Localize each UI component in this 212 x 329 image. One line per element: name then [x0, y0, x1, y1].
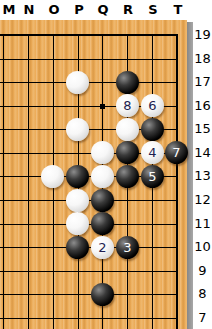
row-label-11: 11 — [193, 216, 212, 232]
column-label-N: N — [24, 1, 35, 18]
row-label-7: 7 — [193, 310, 212, 326]
stone-black-S15 — [141, 118, 164, 141]
stone-black-R10: 3 — [116, 236, 139, 259]
move-number: 4 — [148, 141, 156, 164]
row-label-19: 19 — [193, 27, 212, 43]
stone-black-S13: 5 — [141, 165, 164, 188]
grid-line-horizontal-9 — [0, 271, 178, 272]
row-label-16: 16 — [193, 98, 212, 114]
grid-line-horizontal-12 — [0, 200, 178, 201]
grid-line-horizontal-11 — [0, 224, 178, 225]
grid-line-horizontal-7 — [0, 318, 178, 319]
row-label-15: 15 — [193, 121, 212, 137]
stone-white-Q14 — [91, 141, 114, 164]
grid-line-vertical-T — [176, 34, 178, 329]
grid-line-horizontal-18 — [0, 59, 178, 60]
column-label-O: O — [48, 1, 59, 18]
go-diagram: MNOPQRST 19181716151413121110987 8647523 — [0, 0, 212, 329]
stone-black-Q8 — [91, 283, 114, 306]
stone-black-Q12 — [91, 189, 114, 212]
move-number: 3 — [123, 236, 131, 259]
row-label-17: 17 — [193, 74, 212, 90]
grid-line-horizontal-17 — [0, 82, 178, 83]
grid-line-vertical-M — [3, 34, 4, 329]
stone-white-S14: 4 — [141, 141, 164, 164]
move-number: 7 — [172, 141, 180, 164]
move-number: 5 — [148, 165, 156, 188]
stone-white-P15 — [66, 118, 89, 141]
column-label-P: P — [74, 1, 84, 18]
stone-white-P17 — [66, 71, 89, 94]
stone-white-R16: 8 — [116, 94, 139, 117]
stone-black-P10 — [66, 236, 89, 259]
stone-white-Q10: 2 — [91, 236, 114, 259]
row-label-9: 9 — [193, 263, 212, 279]
stone-white-P11 — [66, 212, 89, 235]
column-label-R: R — [123, 1, 133, 18]
stone-white-R15 — [116, 118, 139, 141]
grid-line-horizontal-8 — [0, 294, 178, 295]
stone-white-Q13 — [91, 165, 114, 188]
stone-black-R17 — [116, 71, 139, 94]
row-label-12: 12 — [193, 192, 212, 208]
stone-black-R14 — [116, 141, 139, 164]
column-label-S: S — [148, 1, 157, 18]
move-number: 8 — [123, 94, 131, 117]
column-label-T: T — [174, 1, 183, 18]
row-label-18: 18 — [193, 51, 212, 67]
row-label-14: 14 — [193, 145, 212, 161]
stone-white-P12 — [66, 189, 89, 212]
star-point-Q16 — [100, 104, 105, 109]
stone-black-T14: 7 — [165, 141, 188, 164]
move-number: 2 — [98, 236, 106, 259]
move-number: 6 — [148, 94, 156, 117]
stone-black-R13 — [116, 165, 139, 188]
row-label-8: 8 — [193, 286, 212, 302]
grid-line-vertical-N — [28, 34, 29, 329]
stone-white-S16: 6 — [141, 94, 164, 117]
grid-line-horizontal-10 — [0, 247, 178, 248]
grid-line-horizontal-19 — [0, 34, 178, 36]
stone-white-O13 — [41, 165, 64, 188]
column-label-Q: Q — [97, 1, 108, 18]
column-label-M: M — [3, 1, 16, 18]
row-label-10: 10 — [193, 239, 212, 255]
stone-black-Q11 — [91, 212, 114, 235]
stone-black-P13 — [66, 165, 89, 188]
row-label-13: 13 — [193, 168, 212, 184]
